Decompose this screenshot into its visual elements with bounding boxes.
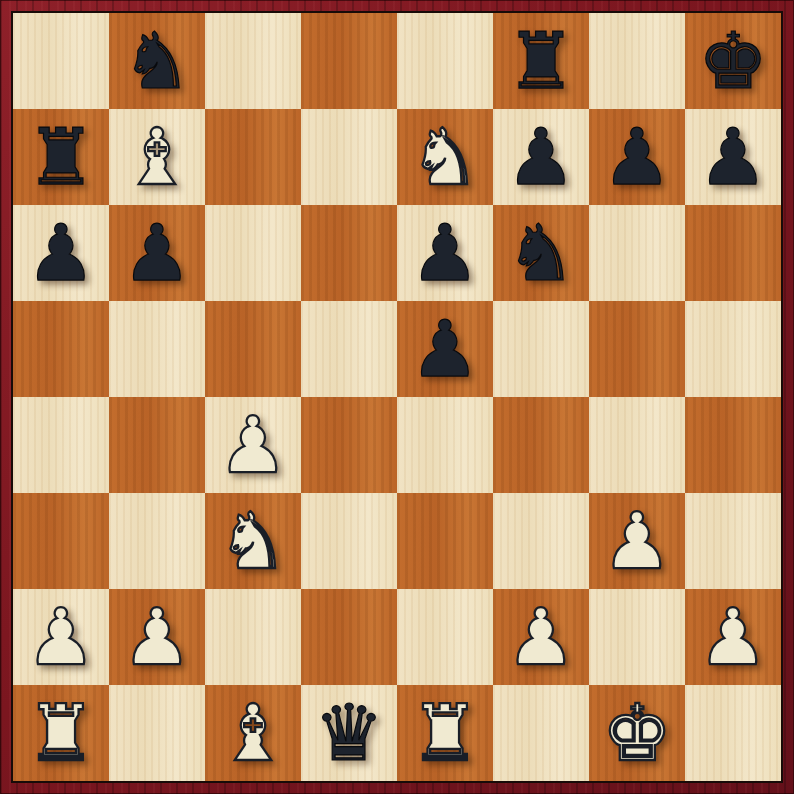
square-g7[interactable]: ♟: [589, 109, 685, 205]
square-a1[interactable]: ♜: [13, 685, 109, 781]
square-a7[interactable]: ♜: [13, 109, 109, 205]
black-pawn[interactable]: ♟: [493, 109, 589, 205]
square-h4[interactable]: [685, 397, 781, 493]
square-d4[interactable]: [301, 397, 397, 493]
square-h6[interactable]: [685, 205, 781, 301]
black-queen[interactable]: ♛: [301, 685, 397, 781]
square-d1[interactable]: ♛: [301, 685, 397, 781]
square-a2[interactable]: ♟: [13, 589, 109, 685]
black-pawn[interactable]: ♟: [589, 109, 685, 205]
square-b4[interactable]: [109, 397, 205, 493]
square-c8[interactable]: [205, 13, 301, 109]
square-a8[interactable]: [13, 13, 109, 109]
black-pawn[interactable]: ♟: [397, 205, 493, 301]
square-b7[interactable]: ♝: [109, 109, 205, 205]
square-g2[interactable]: [589, 589, 685, 685]
white-rook[interactable]: ♜: [397, 685, 493, 781]
square-b2[interactable]: ♟: [109, 589, 205, 685]
square-d7[interactable]: [301, 109, 397, 205]
black-rook[interactable]: ♜: [493, 13, 589, 109]
square-d3[interactable]: [301, 493, 397, 589]
square-h7[interactable]: ♟: [685, 109, 781, 205]
black-pawn[interactable]: ♟: [109, 205, 205, 301]
square-f6[interactable]: ♞: [493, 205, 589, 301]
square-a6[interactable]: ♟: [13, 205, 109, 301]
square-g8[interactable]: [589, 13, 685, 109]
square-a4[interactable]: [13, 397, 109, 493]
square-d5[interactable]: [301, 301, 397, 397]
square-b6[interactable]: ♟: [109, 205, 205, 301]
black-knight[interactable]: ♞: [493, 205, 589, 301]
black-pawn[interactable]: ♟: [13, 205, 109, 301]
square-b3[interactable]: [109, 493, 205, 589]
square-b5[interactable]: [109, 301, 205, 397]
square-e1[interactable]: ♜: [397, 685, 493, 781]
black-king[interactable]: ♚: [685, 13, 781, 109]
square-d6[interactable]: [301, 205, 397, 301]
square-c3[interactable]: ♞: [205, 493, 301, 589]
square-e7[interactable]: ♞: [397, 109, 493, 205]
square-h1[interactable]: [685, 685, 781, 781]
square-e2[interactable]: [397, 589, 493, 685]
square-e8[interactable]: [397, 13, 493, 109]
square-d2[interactable]: [301, 589, 397, 685]
white-bishop[interactable]: ♝: [205, 685, 301, 781]
white-pawn[interactable]: ♟: [109, 589, 205, 685]
square-a3[interactable]: [13, 493, 109, 589]
square-b8[interactable]: ♞: [109, 13, 205, 109]
board-frame: ♞♜♚♜♝♞♟♟♟♟♟♟♞♟♟♞♟♟♟♟♟♜♝♛♜♚: [0, 0, 794, 794]
black-rook[interactable]: ♜: [13, 109, 109, 205]
square-e6[interactable]: ♟: [397, 205, 493, 301]
white-pawn[interactable]: ♟: [205, 397, 301, 493]
square-c4[interactable]: ♟: [205, 397, 301, 493]
square-c7[interactable]: [205, 109, 301, 205]
square-e4[interactable]: [397, 397, 493, 493]
white-knight[interactable]: ♞: [205, 493, 301, 589]
black-knight[interactable]: ♞: [109, 13, 205, 109]
square-a5[interactable]: [13, 301, 109, 397]
square-f3[interactable]: [493, 493, 589, 589]
white-pawn[interactable]: ♟: [685, 589, 781, 685]
square-c6[interactable]: [205, 205, 301, 301]
white-pawn[interactable]: ♟: [493, 589, 589, 685]
square-e3[interactable]: [397, 493, 493, 589]
square-c1[interactable]: ♝: [205, 685, 301, 781]
square-e5[interactable]: ♟: [397, 301, 493, 397]
square-f4[interactable]: [493, 397, 589, 493]
square-g3[interactable]: ♟: [589, 493, 685, 589]
square-c2[interactable]: [205, 589, 301, 685]
square-g5[interactable]: [589, 301, 685, 397]
square-h3[interactable]: [685, 493, 781, 589]
white-king[interactable]: ♚: [589, 685, 685, 781]
square-g4[interactable]: [589, 397, 685, 493]
square-b1[interactable]: [109, 685, 205, 781]
white-pawn[interactable]: ♟: [13, 589, 109, 685]
white-knight[interactable]: ♞: [397, 109, 493, 205]
square-h5[interactable]: [685, 301, 781, 397]
white-bishop[interactable]: ♝: [109, 109, 205, 205]
white-pawn[interactable]: ♟: [589, 493, 685, 589]
square-f8[interactable]: ♜: [493, 13, 589, 109]
black-pawn[interactable]: ♟: [685, 109, 781, 205]
square-g1[interactable]: ♚: [589, 685, 685, 781]
square-f2[interactable]: ♟: [493, 589, 589, 685]
square-c5[interactable]: [205, 301, 301, 397]
square-f5[interactable]: [493, 301, 589, 397]
square-h8[interactable]: ♚: [685, 13, 781, 109]
black-pawn[interactable]: ♟: [397, 301, 493, 397]
white-rook[interactable]: ♜: [13, 685, 109, 781]
square-f1[interactable]: [493, 685, 589, 781]
square-h2[interactable]: ♟: [685, 589, 781, 685]
square-d8[interactable]: [301, 13, 397, 109]
square-g6[interactable]: [589, 205, 685, 301]
square-f7[interactable]: ♟: [493, 109, 589, 205]
chess-board: ♞♜♚♜♝♞♟♟♟♟♟♟♞♟♟♞♟♟♟♟♟♜♝♛♜♚: [13, 13, 781, 781]
